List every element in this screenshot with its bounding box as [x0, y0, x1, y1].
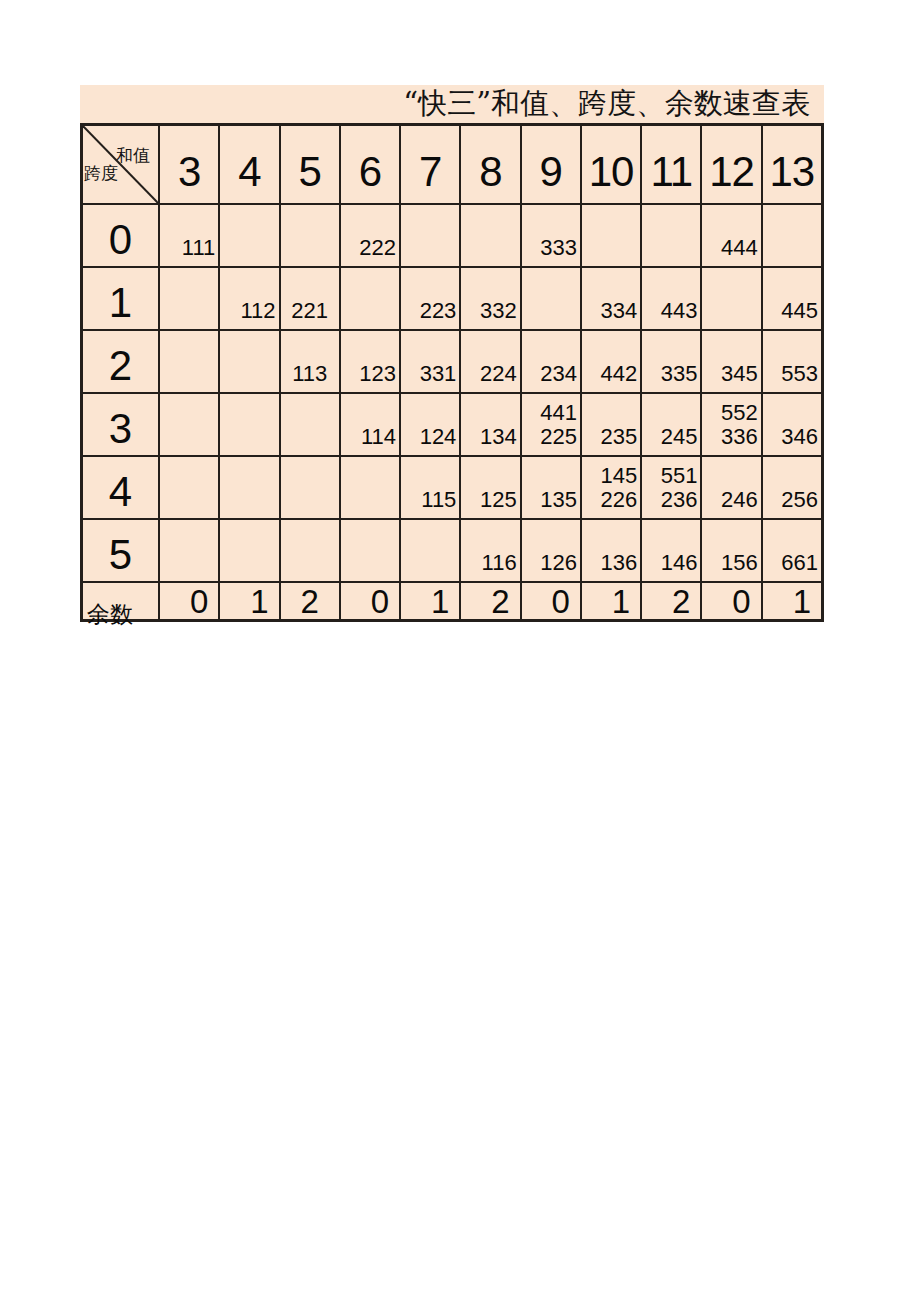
remainder-sum-6: 0 — [339, 581, 399, 619]
cell-span3-sum5 — [279, 392, 339, 455]
remainder-sum-7: 1 — [399, 581, 459, 619]
cell-span3-sum4 — [218, 392, 278, 455]
cell-span5-sum10: 136 — [580, 518, 640, 581]
cell-span3-sum7: 124 — [399, 392, 459, 455]
cell-span0-sum7 — [399, 203, 459, 266]
cell-span5-sum5 — [279, 518, 339, 581]
table-title: “快三”和值、跨度、余数速查表 — [80, 85, 824, 123]
cell-span1-sum12 — [700, 266, 760, 329]
cell-span0-sum9: 333 — [520, 203, 580, 266]
cell-span4-sum13: 256 — [761, 455, 821, 518]
header-sum-3: 3 — [158, 126, 218, 203]
cell-span5-sum11: 146 — [640, 518, 700, 581]
header-sum-9: 9 — [520, 126, 580, 203]
cell-span3-sum11: 245 — [640, 392, 700, 455]
header-sum-7: 7 — [399, 126, 459, 203]
cell-span2-sum5: 113 — [279, 329, 339, 392]
cell-span2-sum4 — [218, 329, 278, 392]
cell-span5-sum7 — [399, 518, 459, 581]
cell-span4-sum12: 246 — [700, 455, 760, 518]
header-sum-4: 4 — [218, 126, 278, 203]
cell-span1-sum5: 221 — [279, 266, 339, 329]
span-row-label-2: 2 — [83, 329, 158, 392]
cell-span0-sum13 — [761, 203, 821, 266]
cell-span0-sum4 — [218, 203, 278, 266]
cell-span5-sum8: 116 — [459, 518, 519, 581]
header-sum-13: 13 — [761, 126, 821, 203]
cell-span3-sum6: 114 — [339, 392, 399, 455]
cell-span5-sum4 — [218, 518, 278, 581]
remainder-sum-5: 2 — [279, 581, 339, 619]
cell-span1-sum3 — [158, 266, 218, 329]
cell-span1-sum10: 334 — [580, 266, 640, 329]
header-sum-10: 10 — [580, 126, 640, 203]
remainder-sum-13: 1 — [761, 581, 821, 619]
cell-span3-sum8: 134 — [459, 392, 519, 455]
corner-cell: 和值 跨度 — [83, 126, 158, 203]
cell-span4-sum7: 115 — [399, 455, 459, 518]
cell-span2-sum13: 553 — [761, 329, 821, 392]
cell-span4-sum9: 135 — [520, 455, 580, 518]
cell-span0-sum11 — [640, 203, 700, 266]
cell-span0-sum3: 111 — [158, 203, 218, 266]
cell-span0-sum8 — [459, 203, 519, 266]
cell-span5-sum13: 661 — [761, 518, 821, 581]
cell-span2-sum7: 331 — [399, 329, 459, 392]
span-row-label-0: 0 — [83, 203, 158, 266]
corner-label-span: 跨度 — [84, 162, 118, 185]
cell-span4-sum11: 551 236 — [640, 455, 700, 518]
cell-span4-sum5 — [279, 455, 339, 518]
lookup-table: “快三”和值、跨度、余数速查表 和值 跨度 345678910111213011… — [80, 85, 824, 622]
cell-span5-sum6 — [339, 518, 399, 581]
cell-span3-sum13: 346 — [761, 392, 821, 455]
cell-span3-sum10: 235 — [580, 392, 640, 455]
remainder-sum-10: 1 — [580, 581, 640, 619]
cell-span1-sum6 — [339, 266, 399, 329]
remainder-sum-3: 0 — [158, 581, 218, 619]
span-row-label-3: 3 — [83, 392, 158, 455]
remainder-sum-12: 0 — [700, 581, 760, 619]
header-sum-5: 5 — [279, 126, 339, 203]
cell-span1-sum4: 112 — [218, 266, 278, 329]
cell-span2-sum9: 234 — [520, 329, 580, 392]
cell-span4-sum8: 125 — [459, 455, 519, 518]
cell-span0-sum10 — [580, 203, 640, 266]
cell-span4-sum6 — [339, 455, 399, 518]
cell-span3-sum12: 552 336 — [700, 392, 760, 455]
cell-span2-sum10: 442 — [580, 329, 640, 392]
cell-span2-sum11: 335 — [640, 329, 700, 392]
cell-span0-sum12: 444 — [700, 203, 760, 266]
remainder-sum-4: 1 — [218, 581, 278, 619]
cell-span1-sum8: 332 — [459, 266, 519, 329]
cell-span1-sum11: 443 — [640, 266, 700, 329]
header-sum-12: 12 — [700, 126, 760, 203]
cell-span3-sum3 — [158, 392, 218, 455]
cell-span4-sum10: 145 226 — [580, 455, 640, 518]
remainder-sum-11: 2 — [640, 581, 700, 619]
corner-label-sum: 和值 — [116, 144, 150, 167]
span-row-label-5: 5 — [83, 518, 158, 581]
cell-span0-sum5 — [279, 203, 339, 266]
cell-span2-sum12: 345 — [700, 329, 760, 392]
cell-span2-sum3 — [158, 329, 218, 392]
remainder-row-label: 余数 — [83, 581, 158, 619]
cell-span1-sum13: 445 — [761, 266, 821, 329]
cell-span0-sum6: 222 — [339, 203, 399, 266]
cell-span1-sum9 — [520, 266, 580, 329]
remainder-sum-9: 0 — [520, 581, 580, 619]
span-row-label-4: 4 — [83, 455, 158, 518]
span-row-label-1: 1 — [83, 266, 158, 329]
cell-span5-sum9: 126 — [520, 518, 580, 581]
cell-span4-sum4 — [218, 455, 278, 518]
header-sum-8: 8 — [459, 126, 519, 203]
cell-span2-sum8: 224 — [459, 329, 519, 392]
cell-span2-sum6: 123 — [339, 329, 399, 392]
cell-span1-sum7: 223 — [399, 266, 459, 329]
header-sum-6: 6 — [339, 126, 399, 203]
cell-span3-sum9: 441 225 — [520, 392, 580, 455]
lookup-grid: 和值 跨度 3456789101112130111222333444111222… — [80, 123, 824, 622]
remainder-sum-8: 2 — [459, 581, 519, 619]
cell-span4-sum3 — [158, 455, 218, 518]
cell-span5-sum12: 156 — [700, 518, 760, 581]
cell-span5-sum3 — [158, 518, 218, 581]
header-sum-11: 11 — [640, 126, 700, 203]
